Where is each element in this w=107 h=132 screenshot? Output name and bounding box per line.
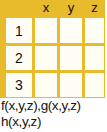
caption-line-1: f(x,y,z),g(x,y,z) xyxy=(1,98,107,114)
cell-r1-x[interactable] xyxy=(35,18,57,43)
corner-cell xyxy=(6,0,32,15)
caption: f(x,y,z),g(x,y,z) h(x,y,z) xyxy=(1,98,107,130)
row-label-2: 2 xyxy=(6,46,32,70)
cell-r3-y[interactable] xyxy=(60,73,82,97)
col-header-y: y xyxy=(60,0,82,15)
row-label-1: 1 xyxy=(6,18,32,43)
cell-r3-x[interactable] xyxy=(35,73,57,97)
col-header-z: z xyxy=(85,0,104,15)
cell-r2-x[interactable] xyxy=(35,46,57,70)
col-header-x: x xyxy=(35,0,57,15)
cell-r1-z[interactable] xyxy=(85,18,104,43)
page: x y z 1 2 3 f(x,y,z),g(x,y,z) h(x,y,z) xyxy=(0,0,107,132)
caption-line-2: h(x,y,z) xyxy=(1,114,107,130)
cell-r2-y[interactable] xyxy=(60,46,82,70)
row-label-3: 3 xyxy=(6,73,32,97)
cell-r3-z[interactable] xyxy=(85,73,104,97)
cell-r2-z[interactable] xyxy=(85,46,104,70)
grid: x y z 1 2 3 xyxy=(0,0,105,99)
grid-board: x y z 1 2 3 xyxy=(0,0,105,98)
cell-r1-y[interactable] xyxy=(60,18,82,43)
